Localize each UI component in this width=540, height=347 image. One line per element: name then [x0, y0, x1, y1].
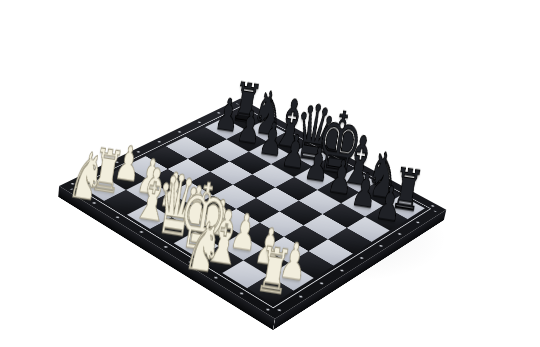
piece-black-pawn[interactable]: ♟ — [364, 180, 412, 228]
square-h7[interactable]: ♟ — [365, 206, 407, 231]
piece-white-knight[interactable]: ♞ — [61, 144, 113, 208]
piece-white-rook[interactable]: ♜ — [246, 240, 300, 302]
square-h1[interactable]: ♜ — [247, 275, 293, 303]
product-photo-scene: ♜♞♝♛♚♝♞♜♟♟♟♟♟♟♟♟♟♟♟♟♟♟♟♟♜♞♝♛♚♝♞♜ — [0, 0, 540, 347]
piece-white-knight[interactable]: ♞ — [177, 213, 231, 280]
